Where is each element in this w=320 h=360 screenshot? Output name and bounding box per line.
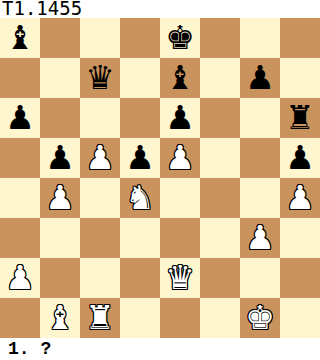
square-h7[interactable] [280,58,320,98]
square-a7[interactable] [0,58,40,98]
square-b5[interactable]: ♟ [40,138,80,178]
square-b1[interactable]: ♝ [40,298,80,338]
white-king[interactable]: ♚ [245,298,275,338]
square-g8[interactable] [240,18,280,58]
square-b6[interactable] [40,98,80,138]
white-knight[interactable]: ♞ [125,178,155,218]
black-bishop[interactable]: ♝ [165,58,195,98]
square-e7[interactable]: ♝ [160,58,200,98]
move-prompt: 1. ? [8,339,51,359]
square-b4[interactable]: ♟ [40,178,80,218]
square-c5[interactable]: ♟ [80,138,120,178]
square-e3[interactable] [160,218,200,258]
square-a1[interactable] [0,298,40,338]
black-pawn[interactable]: ♟ [5,98,35,138]
black-pawn[interactable]: ♟ [285,138,315,178]
square-c4[interactable] [80,178,120,218]
square-d7[interactable] [120,58,160,98]
puzzle-title: T1.1455 [2,0,82,17]
square-c3[interactable] [80,218,120,258]
square-d2[interactable] [120,258,160,298]
square-d5[interactable]: ♟ [120,138,160,178]
square-f1[interactable] [200,298,240,338]
square-g5[interactable] [240,138,280,178]
square-f7[interactable] [200,58,240,98]
white-pawn[interactable]: ♟ [245,218,275,258]
chess-board: ♝♚♛♝♟♟♟♜♟♟♟♟♟♟♞♟♟♟♛♝♜♚ [0,18,320,338]
title-bar: T1.1455 [0,0,320,18]
square-e5[interactable]: ♟ [160,138,200,178]
square-f2[interactable] [200,258,240,298]
square-e2[interactable]: ♛ [160,258,200,298]
square-f3[interactable] [200,218,240,258]
square-b8[interactable] [40,18,80,58]
square-a5[interactable] [0,138,40,178]
square-a2[interactable]: ♟ [0,258,40,298]
square-h8[interactable] [280,18,320,58]
black-pawn[interactable]: ♟ [125,138,155,178]
square-g3[interactable]: ♟ [240,218,280,258]
white-queen[interactable]: ♛ [165,258,195,298]
white-pawn[interactable]: ♟ [5,258,35,298]
square-b2[interactable] [40,258,80,298]
white-pawn[interactable]: ♟ [165,138,195,178]
square-b7[interactable] [40,58,80,98]
square-e6[interactable]: ♟ [160,98,200,138]
square-e4[interactable] [160,178,200,218]
square-c8[interactable] [80,18,120,58]
square-d4[interactable]: ♞ [120,178,160,218]
square-h3[interactable] [280,218,320,258]
black-pawn[interactable]: ♟ [245,58,275,98]
square-a4[interactable] [0,178,40,218]
square-g4[interactable] [240,178,280,218]
square-a6[interactable]: ♟ [0,98,40,138]
square-c2[interactable] [80,258,120,298]
square-g2[interactable] [240,258,280,298]
square-a3[interactable] [0,218,40,258]
square-h2[interactable] [280,258,320,298]
square-f6[interactable] [200,98,240,138]
black-pawn[interactable]: ♟ [165,98,195,138]
square-e8[interactable]: ♚ [160,18,200,58]
square-c1[interactable]: ♜ [80,298,120,338]
square-d3[interactable] [120,218,160,258]
white-pawn[interactable]: ♟ [45,178,75,218]
square-c7[interactable]: ♛ [80,58,120,98]
black-king[interactable]: ♚ [165,18,195,58]
square-g1[interactable]: ♚ [240,298,280,338]
square-h6[interactable]: ♜ [280,98,320,138]
square-d8[interactable] [120,18,160,58]
square-d1[interactable] [120,298,160,338]
black-pawn[interactable]: ♟ [45,138,75,178]
square-g6[interactable] [240,98,280,138]
square-h5[interactable]: ♟ [280,138,320,178]
square-a8[interactable]: ♝ [0,18,40,58]
square-h4[interactable]: ♟ [280,178,320,218]
square-c6[interactable] [80,98,120,138]
black-queen[interactable]: ♛ [85,58,115,98]
white-rook[interactable]: ♜ [85,298,115,338]
white-pawn[interactable]: ♟ [285,178,315,218]
square-g7[interactable]: ♟ [240,58,280,98]
square-f4[interactable] [200,178,240,218]
white-pawn[interactable]: ♟ [85,138,115,178]
black-bishop[interactable]: ♝ [5,18,35,58]
square-b3[interactable] [40,218,80,258]
black-rook[interactable]: ♜ [285,98,315,138]
square-f8[interactable] [200,18,240,58]
square-e1[interactable] [160,298,200,338]
square-h1[interactable] [280,298,320,338]
square-d6[interactable] [120,98,160,138]
white-bishop[interactable]: ♝ [45,298,75,338]
square-f5[interactable] [200,138,240,178]
